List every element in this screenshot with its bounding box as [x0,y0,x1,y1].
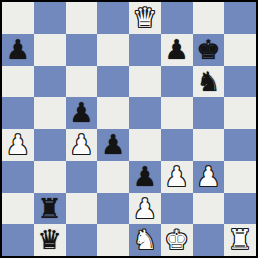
black-knight-piece: ♞ [196,66,220,98]
square-b1[interactable]: ♛ [34,224,66,256]
white-pawn-piece: ♟ [69,129,93,161]
square-b3[interactable] [34,161,66,193]
square-b4[interactable] [34,129,66,161]
square-e8[interactable]: ♛ [129,2,161,34]
black-pawn-piece: ♟ [6,34,30,66]
black-king-piece: ♚ [196,34,220,66]
square-g5[interactable] [193,97,225,129]
square-e5[interactable] [129,97,161,129]
square-c6[interactable] [66,66,98,98]
square-g1[interactable] [193,224,225,256]
white-pawn-piece: ♟ [6,129,30,161]
square-a5[interactable] [2,97,34,129]
black-pawn-piece: ♟ [133,161,157,193]
white-queen-piece: ♛ [133,2,157,34]
square-a4[interactable]: ♟ [2,129,34,161]
chess-board: ♛♟♟♚♞♟♟♟♟♟♟♟♜♟♛♞♚♜ [0,0,258,258]
square-e4[interactable] [129,129,161,161]
square-c5[interactable]: ♟ [66,97,98,129]
square-e2[interactable]: ♟ [129,193,161,225]
white-pawn-piece: ♟ [165,161,189,193]
square-b5[interactable] [34,97,66,129]
black-pawn-piece: ♟ [101,129,125,161]
square-e6[interactable] [129,66,161,98]
square-d1[interactable] [97,224,129,256]
square-h6[interactable] [224,66,256,98]
square-a3[interactable] [2,161,34,193]
square-a6[interactable] [2,66,34,98]
black-pawn-piece: ♟ [69,97,93,129]
square-d6[interactable] [97,66,129,98]
square-h1[interactable]: ♜ [224,224,256,256]
square-d4[interactable]: ♟ [97,129,129,161]
square-d8[interactable] [97,2,129,34]
square-f1[interactable]: ♚ [161,224,193,256]
square-g7[interactable]: ♚ [193,34,225,66]
square-a8[interactable] [2,2,34,34]
square-h7[interactable] [224,34,256,66]
white-king-piece: ♚ [165,224,189,256]
square-f8[interactable] [161,2,193,34]
square-h2[interactable] [224,193,256,225]
square-g6[interactable]: ♞ [193,66,225,98]
square-f5[interactable] [161,97,193,129]
square-g4[interactable] [193,129,225,161]
square-b8[interactable] [34,2,66,34]
square-h5[interactable] [224,97,256,129]
square-h3[interactable] [224,161,256,193]
square-c8[interactable] [66,2,98,34]
square-h8[interactable] [224,2,256,34]
square-a7[interactable]: ♟ [2,34,34,66]
square-e3[interactable]: ♟ [129,161,161,193]
square-c3[interactable] [66,161,98,193]
square-a2[interactable] [2,193,34,225]
square-g2[interactable] [193,193,225,225]
square-f2[interactable] [161,193,193,225]
square-e1[interactable]: ♞ [129,224,161,256]
white-pawn-piece: ♟ [133,193,157,225]
square-b6[interactable] [34,66,66,98]
square-d7[interactable] [97,34,129,66]
square-f7[interactable]: ♟ [161,34,193,66]
white-knight-piece: ♞ [133,224,157,256]
square-c1[interactable] [66,224,98,256]
square-g3[interactable]: ♟ [193,161,225,193]
square-f4[interactable] [161,129,193,161]
square-b7[interactable] [34,34,66,66]
white-pawn-piece: ♟ [196,161,220,193]
square-a1[interactable] [2,224,34,256]
square-c4[interactable]: ♟ [66,129,98,161]
square-d5[interactable] [97,97,129,129]
black-pawn-piece: ♟ [165,34,189,66]
square-f6[interactable] [161,66,193,98]
square-f3[interactable]: ♟ [161,161,193,193]
square-b2[interactable]: ♜ [34,193,66,225]
square-e7[interactable] [129,34,161,66]
black-rook-piece: ♜ [38,193,62,225]
square-d2[interactable] [97,193,129,225]
black-queen-piece: ♛ [38,224,62,256]
square-h4[interactable] [224,129,256,161]
chess-board-container: ♛♟♟♚♞♟♟♟♟♟♟♟♜♟♛♞♚♜ [0,0,258,258]
square-d3[interactable] [97,161,129,193]
square-g8[interactable] [193,2,225,34]
white-rook-piece: ♜ [228,224,252,256]
square-c7[interactable] [66,34,98,66]
square-c2[interactable] [66,193,98,225]
